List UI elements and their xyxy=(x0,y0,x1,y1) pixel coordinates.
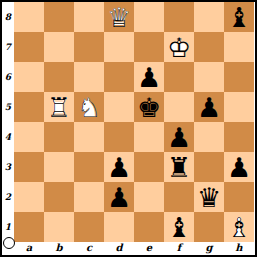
file-label-f: f xyxy=(164,242,194,255)
piece-bP-h3: ♟ xyxy=(224,152,254,182)
square-b4[interactable] xyxy=(44,122,74,152)
square-h5[interactable] xyxy=(224,92,254,122)
rank-labels: 87654321 xyxy=(2,2,14,242)
square-e3[interactable] xyxy=(134,152,164,182)
square-c1[interactable] xyxy=(74,212,104,242)
square-a7[interactable] xyxy=(14,32,44,62)
piece-wQ-d8: ♕ xyxy=(104,2,134,32)
square-b5[interactable]: ♜♖ xyxy=(44,92,74,122)
square-h4[interactable] xyxy=(224,122,254,152)
file-label-d: d xyxy=(104,242,134,255)
rank-label-3: 3 xyxy=(2,152,14,182)
square-g8[interactable] xyxy=(194,2,224,32)
square-e2[interactable] xyxy=(134,182,164,212)
rank-label-6: 6 xyxy=(2,62,14,92)
square-a1[interactable] xyxy=(14,212,44,242)
piece-bK-e5: ♚ xyxy=(134,92,164,122)
square-g4[interactable] xyxy=(194,122,224,152)
square-f4[interactable]: ♟ xyxy=(164,122,194,152)
file-label-g: g xyxy=(194,242,224,255)
piece-bP-e6: ♟ xyxy=(134,62,164,92)
rank-label-2: 2 xyxy=(2,182,14,212)
square-e5[interactable]: ♚ xyxy=(134,92,164,122)
square-h2[interactable] xyxy=(224,182,254,212)
square-g2[interactable]: ♛ xyxy=(194,182,224,212)
square-f5[interactable] xyxy=(164,92,194,122)
piece-wB-h1-fill: ♝ xyxy=(224,212,254,242)
square-c6[interactable] xyxy=(74,62,104,92)
square-c2[interactable] xyxy=(74,182,104,212)
square-h7[interactable] xyxy=(224,32,254,62)
square-c4[interactable] xyxy=(74,122,104,152)
square-d3[interactable]: ♟ xyxy=(104,152,134,182)
square-f2[interactable] xyxy=(164,182,194,212)
square-f7[interactable]: ♚♔ xyxy=(164,32,194,62)
square-g7[interactable] xyxy=(194,32,224,62)
square-c5[interactable]: ♞♘ xyxy=(74,92,104,122)
square-a2[interactable] xyxy=(14,182,44,212)
file-label-c: c xyxy=(74,242,104,255)
square-d5[interactable] xyxy=(104,92,134,122)
piece-bP-d3: ♟ xyxy=(104,152,134,182)
file-label-b: b xyxy=(44,242,74,255)
piece-wN-c5: ♘ xyxy=(74,92,104,122)
square-d2[interactable]: ♟ xyxy=(104,182,134,212)
square-f1[interactable]: ♝ xyxy=(164,212,194,242)
piece-wN-c5-fill: ♞ xyxy=(74,92,104,122)
file-label-a: a xyxy=(14,242,44,255)
square-h6[interactable] xyxy=(224,62,254,92)
square-h1[interactable]: ♝♗ xyxy=(224,212,254,242)
square-f8[interactable] xyxy=(164,2,194,32)
square-a6[interactable] xyxy=(14,62,44,92)
square-g1[interactable] xyxy=(194,212,224,242)
square-b6[interactable] xyxy=(44,62,74,92)
rank-label-7: 7 xyxy=(2,32,14,62)
square-d8[interactable]: ♛♕ xyxy=(104,2,134,32)
square-h3[interactable]: ♟ xyxy=(224,152,254,182)
piece-wR-b5: ♖ xyxy=(44,92,74,122)
square-d6[interactable] xyxy=(104,62,134,92)
square-c8[interactable] xyxy=(74,2,104,32)
square-e8[interactable] xyxy=(134,2,164,32)
square-h8[interactable]: ♝ xyxy=(224,2,254,32)
square-a8[interactable] xyxy=(14,2,44,32)
square-e1[interactable] xyxy=(134,212,164,242)
square-d1[interactable] xyxy=(104,212,134,242)
piece-wK-f7-fill: ♚ xyxy=(164,32,194,62)
square-g5[interactable]: ♟ xyxy=(194,92,224,122)
piece-bP-g5: ♟ xyxy=(194,92,224,122)
square-f6[interactable] xyxy=(164,62,194,92)
piece-bP-f4: ♟ xyxy=(164,122,194,152)
rank-label-5: 5 xyxy=(2,92,14,122)
square-b2[interactable] xyxy=(44,182,74,212)
rank-label-4: 4 xyxy=(2,122,14,152)
square-b3[interactable] xyxy=(44,152,74,182)
square-b8[interactable] xyxy=(44,2,74,32)
file-labels: abcdefgh xyxy=(14,242,254,255)
piece-bB-h8: ♝ xyxy=(224,2,254,32)
square-d7[interactable] xyxy=(104,32,134,62)
square-a4[interactable] xyxy=(14,122,44,152)
piece-bQ-g2: ♛ xyxy=(194,182,224,212)
square-g6[interactable] xyxy=(194,62,224,92)
square-c7[interactable] xyxy=(74,32,104,62)
square-f3[interactable]: ♜ xyxy=(164,152,194,182)
square-e7[interactable] xyxy=(134,32,164,62)
piece-wR-b5-fill: ♜ xyxy=(44,92,74,122)
square-b1[interactable] xyxy=(44,212,74,242)
square-a3[interactable] xyxy=(14,152,44,182)
square-g3[interactable] xyxy=(194,152,224,182)
piece-bP-d2: ♟ xyxy=(104,182,134,212)
rank-label-8: 8 xyxy=(2,2,14,32)
square-d4[interactable] xyxy=(104,122,134,152)
square-e4[interactable] xyxy=(134,122,164,152)
piece-bB-f1: ♝ xyxy=(164,212,194,242)
file-label-e: e xyxy=(134,242,164,255)
piece-wK-f7: ♔ xyxy=(164,32,194,62)
file-label-h: h xyxy=(224,242,254,255)
piece-wB-h1: ♗ xyxy=(224,212,254,242)
piece-wQ-d8-fill: ♛ xyxy=(104,2,134,32)
square-b7[interactable] xyxy=(44,32,74,62)
turn-indicator-circle xyxy=(3,237,15,249)
chess-board: ♛♕♝♚♔♟♜♖♞♘♚♟♟♟♜♟♟♛♝♝♗ xyxy=(14,2,254,242)
square-e6[interactable]: ♟ xyxy=(134,62,164,92)
square-a5[interactable] xyxy=(14,92,44,122)
piece-bR-f3: ♜ xyxy=(164,152,194,182)
chess-board-frame: 87654321 ♛♕♝♚♔♟♜♖♞♘♚♟♟♟♜♟♟♛♝♝♗ abcdefgh xyxy=(0,0,257,257)
square-c3[interactable] xyxy=(74,152,104,182)
